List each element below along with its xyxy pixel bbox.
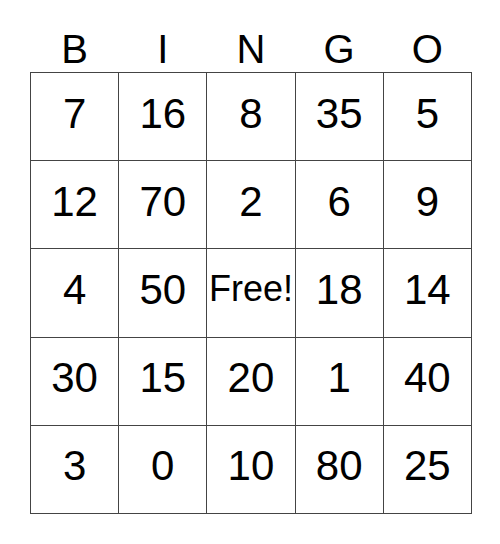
bingo-cell-r3c2[interactable]: 20	[207, 338, 295, 426]
bingo-cell-r4c4[interactable]: 25	[384, 426, 472, 514]
bingo-cell-r1c2[interactable]: 2	[207, 161, 295, 249]
bingo-cell-r4c3[interactable]: 80	[296, 426, 384, 514]
bingo-cell-r2c0[interactable]: 4	[31, 249, 119, 337]
bingo-cell-r3c1[interactable]: 15	[119, 338, 207, 426]
bingo-cell-r2c3[interactable]: 18	[296, 249, 384, 337]
header-letter-i: I	[118, 29, 206, 72]
bingo-cell-r1c0[interactable]: 12	[31, 161, 119, 249]
bingo-cell-r4c0[interactable]: 3	[31, 426, 119, 514]
bingo-card: BINGO 71683551270269450Free!181430152014…	[30, 0, 472, 514]
bingo-cell-r4c1[interactable]: 0	[119, 426, 207, 514]
header-letter-g: G	[295, 29, 383, 72]
bingo-cell-r2c4[interactable]: 14	[384, 249, 472, 337]
bingo-cell-r2c1[interactable]: 50	[119, 249, 207, 337]
bingo-cell-r1c1[interactable]: 70	[119, 161, 207, 249]
header-letter-o: O	[383, 29, 471, 72]
bingo-grid: 71683551270269450Free!181430152014030108…	[30, 72, 472, 514]
bingo-cell-free[interactable]: Free!	[207, 249, 295, 337]
bingo-cell-r1c4[interactable]: 9	[384, 161, 472, 249]
bingo-cell-r3c0[interactable]: 30	[31, 338, 119, 426]
bingo-header: BINGO	[30, 0, 472, 72]
bingo-cell-r4c2[interactable]: 10	[207, 426, 295, 514]
bingo-cell-r1c3[interactable]: 6	[296, 161, 384, 249]
bingo-cell-r0c0[interactable]: 7	[31, 73, 119, 161]
bingo-cell-r0c3[interactable]: 35	[296, 73, 384, 161]
header-letter-b: B	[30, 29, 118, 72]
bingo-cell-r3c3[interactable]: 1	[296, 338, 384, 426]
header-letter-n: N	[206, 29, 294, 72]
bingo-cell-r0c2[interactable]: 8	[207, 73, 295, 161]
bingo-cell-r0c4[interactable]: 5	[384, 73, 472, 161]
bingo-cell-r0c1[interactable]: 16	[119, 73, 207, 161]
bingo-cell-r3c4[interactable]: 40	[384, 338, 472, 426]
